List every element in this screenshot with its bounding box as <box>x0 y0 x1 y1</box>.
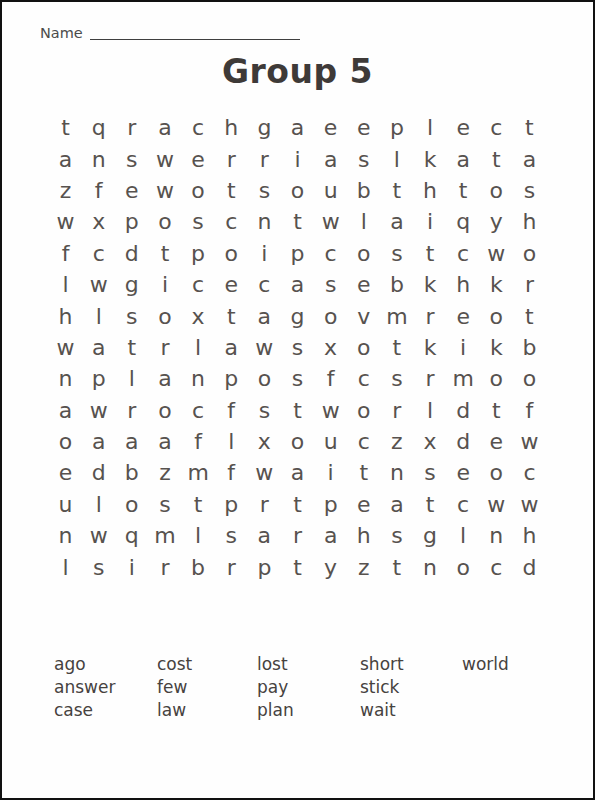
grid-cell-r13c10[interactable]: e <box>347 489 380 520</box>
grid-cell-r15c15[interactable]: d <box>513 551 546 582</box>
grid-cell-r7c9[interactable]: o <box>314 300 347 331</box>
grid-cell-r10c14[interactable]: t <box>480 395 513 426</box>
name-blank-line[interactable] <box>90 26 300 40</box>
grid-cell-r8c5[interactable]: l <box>182 332 215 363</box>
grid-cell-r1c14[interactable]: c <box>480 112 513 143</box>
grid-cell-r11c12[interactable]: x <box>413 426 446 457</box>
word-list-item: law <box>157 699 257 722</box>
grid-cell-r4c14[interactable]: y <box>480 206 513 237</box>
word-list-item: few <box>157 676 257 699</box>
grid-cell-r8c12[interactable]: k <box>413 332 446 363</box>
grid-cell-r6c12[interactable]: k <box>413 269 446 300</box>
word-list-item: pay <box>257 676 360 699</box>
word-list-item: answer <box>54 676 157 699</box>
grid-cell-r14c15[interactable]: h <box>513 520 546 551</box>
word-list-item: wait <box>360 699 462 722</box>
grid-cell-r10c12[interactable]: l <box>413 395 446 426</box>
grid-cell-r1c1[interactable]: t <box>49 112 82 143</box>
grid-cell-r6c4[interactable]: i <box>148 269 181 300</box>
grid-cell-r3c7[interactable]: s <box>248 175 281 206</box>
grid-cell-r13c12[interactable]: t <box>413 489 446 520</box>
grid-cell-r12c1[interactable]: e <box>49 457 82 488</box>
grid-cell-r12c14[interactable]: o <box>480 457 513 488</box>
grid-cell-r12c5[interactable]: m <box>182 457 215 488</box>
grid-cell-r10c10[interactable]: o <box>347 395 380 426</box>
grid-cell-r3c2[interactable]: f <box>82 175 115 206</box>
grid-cell-r11c5[interactable]: f <box>182 426 215 457</box>
grid-cell-r15c9[interactable]: y <box>314 551 347 582</box>
grid-cell-r7c3[interactable]: s <box>115 300 148 331</box>
grid-cell-r4c11[interactable]: a <box>380 206 413 237</box>
name-label: Name <box>40 26 83 40</box>
grid-cell-r11c11[interactable]: z <box>380 426 413 457</box>
grid-cell-r7c6[interactable]: t <box>215 300 248 331</box>
grid-cell-r12c9[interactable]: i <box>314 457 347 488</box>
grid-cell-r2c3[interactable]: s <box>115 143 148 174</box>
grid-cell-r14c9[interactable]: a <box>314 520 347 551</box>
grid-cell-r7c12[interactable]: r <box>413 300 446 331</box>
grid-cell-r5c15[interactable]: o <box>513 238 546 269</box>
grid-cell-r4c4[interactable]: o <box>148 206 181 237</box>
word-list-column: shortstickwait <box>360 653 462 722</box>
worksheet-page: Name Group 5 tqrachgaeeplectanswerriaslk… <box>0 0 595 800</box>
grid-cell-r2c1[interactable]: a <box>49 143 82 174</box>
grid-cell-r3c14[interactable]: o <box>480 175 513 206</box>
grid-cell-r13c7[interactable]: r <box>248 489 281 520</box>
grid-cell-r3c15[interactable]: s <box>513 175 546 206</box>
grid-cell-r9c7[interactable]: o <box>248 363 281 394</box>
grid-cell-r3c3[interactable]: e <box>115 175 148 206</box>
grid-cell-r13c4[interactable]: s <box>148 489 181 520</box>
grid-cell-r6c5[interactable]: c <box>182 269 215 300</box>
grid-cell-r3c10[interactable]: b <box>347 175 380 206</box>
grid-cell-r7c7[interactable]: a <box>248 300 281 331</box>
page-title: Group 5 <box>2 52 593 91</box>
grid-cell-r5c7[interactable]: i <box>248 238 281 269</box>
grid-cell-r13c9[interactable]: p <box>314 489 347 520</box>
grid-cell-r14c10[interactable]: h <box>347 520 380 551</box>
grid-cell-r14c3[interactable]: q <box>115 520 148 551</box>
grid-cell-r4c6[interactable]: c <box>215 206 248 237</box>
grid-cell-r3c5[interactable]: o <box>182 175 215 206</box>
grid-cell-r13c1[interactable]: u <box>49 489 82 520</box>
grid-cell-r6c2[interactable]: w <box>82 269 115 300</box>
grid-cell-r9c14[interactable]: o <box>480 363 513 394</box>
grid-cell-r11c3[interactable]: a <box>115 426 148 457</box>
grid-cell-r6c8[interactable]: a <box>281 269 314 300</box>
grid-cell-r5c6[interactable]: o <box>215 238 248 269</box>
grid-cell-r2c11[interactable]: l <box>380 143 413 174</box>
grid-cell-r11c7[interactable]: x <box>248 426 281 457</box>
grid-cell-r2c4[interactable]: w <box>148 143 181 174</box>
grid-cell-r8c2[interactable]: a <box>82 332 115 363</box>
grid-cell-r1c13[interactable]: e <box>447 112 480 143</box>
grid-cell-r11c13[interactable]: d <box>447 426 480 457</box>
grid-cell-r11c4[interactable]: a <box>148 426 181 457</box>
grid-cell-r15c10[interactable]: z <box>347 551 380 582</box>
word-list-item: case <box>54 699 157 722</box>
word-list-column: costfewlaw <box>157 653 257 722</box>
word-list-item: ago <box>54 653 157 676</box>
grid-cell-r10c8[interactable]: t <box>281 395 314 426</box>
grid-cell-r12c15[interactable]: c <box>513 457 546 488</box>
word-list: agoanswercasecostfewlawlostpayplanshorts… <box>54 653 593 722</box>
grid-cell-r5c4[interactable]: t <box>148 238 181 269</box>
grid-cell-r1c5[interactable]: c <box>182 112 215 143</box>
grid-cell-r5c14[interactable]: w <box>480 238 513 269</box>
word-list-item: short <box>360 653 462 676</box>
grid-cell-r15c3[interactable]: i <box>115 551 148 582</box>
grid-cell-r7c10[interactable]: v <box>347 300 380 331</box>
word-list-column: world <box>462 653 593 722</box>
grid-cell-r6c14[interactable]: k <box>480 269 513 300</box>
word-list-item: plan <box>257 699 360 722</box>
grid-cell-r12c2[interactable]: d <box>82 457 115 488</box>
grid-cell-r12c10[interactable]: t <box>347 457 380 488</box>
grid-cell-r14c5[interactable]: l <box>182 520 215 551</box>
grid-cell-r5c3[interactable]: d <box>115 238 148 269</box>
grid-cell-r13c15[interactable]: w <box>513 489 546 520</box>
grid-cell-r2c7[interactable]: r <box>248 143 281 174</box>
grid-cell-r10c7[interactable]: s <box>248 395 281 426</box>
grid-cell-r1c3[interactable]: r <box>115 112 148 143</box>
grid-cell-r10c11[interactable]: r <box>380 395 413 426</box>
grid-cell-r5c1[interactable]: f <box>49 238 82 269</box>
grid-cell-r8c6[interactable]: a <box>215 332 248 363</box>
grid-cell-r2c2[interactable]: n <box>82 143 115 174</box>
grid-cell-r7c1[interactable]: h <box>49 300 82 331</box>
word-list-item: world <box>462 653 593 676</box>
grid-cell-r3c11[interactable]: t <box>380 175 413 206</box>
grid-cell-r9c5[interactable]: n <box>182 363 215 394</box>
grid-cell-r9c13[interactable]: m <box>447 363 480 394</box>
grid-cell-r4c2[interactable]: x <box>82 206 115 237</box>
grid-cell-r13c5[interactable]: t <box>182 489 215 520</box>
grid-cell-r8c1[interactable]: w <box>49 332 82 363</box>
grid-cell-r8c3[interactable]: t <box>115 332 148 363</box>
grid-cell-r11c6[interactable]: l <box>215 426 248 457</box>
grid-cell-r8c14[interactable]: k <box>480 332 513 363</box>
grid-cell-r14c4[interactable]: m <box>148 520 181 551</box>
grid-cell-r5c2[interactable]: c <box>82 238 115 269</box>
grid-cell-r12c13[interactable]: e <box>447 457 480 488</box>
grid-cell-r9c2[interactable]: p <box>82 363 115 394</box>
name-row: Name <box>40 26 593 40</box>
grid-cell-r14c12[interactable]: g <box>413 520 446 551</box>
grid-cell-r2c6[interactable]: r <box>215 143 248 174</box>
grid-cell-r10c6[interactable]: f <box>215 395 248 426</box>
grid-cell-r11c10[interactable]: c <box>347 426 380 457</box>
grid-cell-r12c3[interactable]: b <box>115 457 148 488</box>
word-list-item: lost <box>257 653 360 676</box>
grid-cell-r2c15[interactable]: a <box>513 143 546 174</box>
grid-cell-r13c8[interactable]: t <box>281 489 314 520</box>
grid-cell-r4c5[interactable]: s <box>182 206 215 237</box>
grid-cell-r8c13[interactable]: i <box>447 332 480 363</box>
grid-cell-r8c10[interactable]: o <box>347 332 380 363</box>
grid-cell-r10c4[interactable]: o <box>148 395 181 426</box>
grid-cell-r3c8[interactable]: o <box>281 175 314 206</box>
grid-cell-r7c13[interactable]: e <box>447 300 480 331</box>
grid-cell-r11c9[interactable]: u <box>314 426 347 457</box>
grid-cell-r1c15[interactable]: t <box>513 112 546 143</box>
grid-cell-r6c15[interactable]: r <box>513 269 546 300</box>
grid-cell-r14c7[interactable]: a <box>248 520 281 551</box>
grid-cell-r11c2[interactable]: a <box>82 426 115 457</box>
word-list-column: agoanswercase <box>54 653 157 722</box>
grid-cell-r7c2[interactable]: l <box>82 300 115 331</box>
grid-cell-r1c11[interactable]: p <box>380 112 413 143</box>
grid-cell-r6c9[interactable]: s <box>314 269 347 300</box>
grid-cell-r2c14[interactable]: t <box>480 143 513 174</box>
grid-cell-r8c11[interactable]: t <box>380 332 413 363</box>
grid-cell-r10c3[interactable]: r <box>115 395 148 426</box>
grid-cell-r8c7[interactable]: w <box>248 332 281 363</box>
grid-cell-r9c12[interactable]: r <box>413 363 446 394</box>
grid-cell-r9c4[interactable]: a <box>148 363 181 394</box>
grid-cell-r1c7[interactable]: g <box>248 112 281 143</box>
grid-cell-r11c15[interactable]: w <box>513 426 546 457</box>
grid-cell-r10c2[interactable]: w <box>82 395 115 426</box>
grid-cell-r13c11[interactable]: a <box>380 489 413 520</box>
grid-cell-r6c7[interactable]: c <box>248 269 281 300</box>
grid-cell-r14c6[interactable]: s <box>215 520 248 551</box>
grid-cell-r12c4[interactable]: z <box>148 457 181 488</box>
grid-cell-r11c1[interactable]: o <box>49 426 82 457</box>
grid-cell-r10c1[interactable]: a <box>49 395 82 426</box>
grid-cell-r14c2[interactable]: w <box>82 520 115 551</box>
grid-cell-r7c11[interactable]: m <box>380 300 413 331</box>
grid-cell-r1c9[interactable]: e <box>314 112 347 143</box>
grid-cell-r5c12[interactable]: t <box>413 238 446 269</box>
grid-cell-r9c15[interactable]: o <box>513 363 546 394</box>
grid-cell-r1c6[interactable]: h <box>215 112 248 143</box>
grid-cell-r14c14[interactable]: n <box>480 520 513 551</box>
grid-cell-r9c1[interactable]: n <box>49 363 82 394</box>
grid-cell-r9c11[interactable]: s <box>380 363 413 394</box>
grid-cell-r4c8[interactable]: t <box>281 206 314 237</box>
grid-cell-r14c8[interactable]: r <box>281 520 314 551</box>
grid-cell-r15c4[interactable]: r <box>148 551 181 582</box>
grid-cell-r15c5[interactable]: b <box>182 551 215 582</box>
grid-cell-r13c13[interactable]: c <box>447 489 480 520</box>
grid-cell-r15c13[interactable]: o <box>447 551 480 582</box>
grid-cell-r6c6[interactable]: e <box>215 269 248 300</box>
grid-cell-r9c9[interactable]: f <box>314 363 347 394</box>
grid-cell-r2c8[interactable]: i <box>281 143 314 174</box>
grid-cell-r2c12[interactable]: k <box>413 143 446 174</box>
grid-cell-r7c14[interactable]: o <box>480 300 513 331</box>
grid-cell-r2c9[interactable]: a <box>314 143 347 174</box>
grid-cell-r8c9[interactable]: x <box>314 332 347 363</box>
grid-cell-r4c1[interactable]: w <box>49 206 82 237</box>
grid-cell-r6c10[interactable]: e <box>347 269 380 300</box>
grid-cell-r7c8[interactable]: g <box>281 300 314 331</box>
grid-cell-r3c4[interactable]: w <box>148 175 181 206</box>
grid-cell-r15c6[interactable]: r <box>215 551 248 582</box>
grid-cell-r12c12[interactable]: s <box>413 457 446 488</box>
grid-cell-r11c8[interactable]: o <box>281 426 314 457</box>
grid-cell-r5c5[interactable]: p <box>182 238 215 269</box>
grid-cell-r1c2[interactable]: q <box>82 112 115 143</box>
grid-cell-r9c10[interactable]: c <box>347 363 380 394</box>
grid-cell-r3c12[interactable]: h <box>413 175 446 206</box>
grid-cell-r3c9[interactable]: u <box>314 175 347 206</box>
grid-cell-r4c3[interactable]: p <box>115 206 148 237</box>
grid-cell-r15c11[interactable]: t <box>380 551 413 582</box>
grid-cell-r13c2[interactable]: l <box>82 489 115 520</box>
grid-cell-r7c4[interactable]: o <box>148 300 181 331</box>
grid-cell-r6c1[interactable]: l <box>49 269 82 300</box>
grid-cell-r14c1[interactable]: n <box>49 520 82 551</box>
grid-cell-r8c15[interactable]: b <box>513 332 546 363</box>
grid-cell-r12c11[interactable]: n <box>380 457 413 488</box>
grid-cell-r8c8[interactable]: s <box>281 332 314 363</box>
grid-cell-r5c10[interactable]: o <box>347 238 380 269</box>
grid-cell-r10c9[interactable]: w <box>314 395 347 426</box>
grid-cell-r1c12[interactable]: l <box>413 112 446 143</box>
grid-cell-r4c13[interactable]: q <box>447 206 480 237</box>
grid-cell-r13c14[interactable]: w <box>480 489 513 520</box>
grid-cell-r5c11[interactable]: s <box>380 238 413 269</box>
grid-cell-r15c7[interactable]: p <box>248 551 281 582</box>
grid-cell-r7c15[interactable]: t <box>513 300 546 331</box>
grid-cell-r4c7[interactable]: n <box>248 206 281 237</box>
grid-cell-r10c13[interactable]: d <box>447 395 480 426</box>
grid-cell-r12c7[interactable]: w <box>248 457 281 488</box>
grid-cell-r6c13[interactable]: h <box>447 269 480 300</box>
grid-cell-r7c5[interactable]: x <box>182 300 215 331</box>
grid-cell-r12c6[interactable]: f <box>215 457 248 488</box>
grid-cell-r10c15[interactable]: f <box>513 395 546 426</box>
grid-cell-r2c13[interactable]: a <box>447 143 480 174</box>
word-list-column: lostpayplan <box>257 653 360 722</box>
grid-cell-r1c4[interactable]: a <box>148 112 181 143</box>
grid-cell-r15c2[interactable]: s <box>82 551 115 582</box>
grid-cell-r12c8[interactable]: a <box>281 457 314 488</box>
grid-cell-r2c10[interactable]: s <box>347 143 380 174</box>
grid-cell-r6c11[interactable]: b <box>380 269 413 300</box>
grid-cell-r15c8[interactable]: t <box>281 551 314 582</box>
grid-cell-r13c3[interactable]: o <box>115 489 148 520</box>
grid-cell-r8c4[interactable]: r <box>148 332 181 363</box>
word-list-item: cost <box>157 653 257 676</box>
grid-cell-r4c12[interactable]: i <box>413 206 446 237</box>
grid-cell-r3c13[interactable]: t <box>447 175 480 206</box>
grid-cell-r14c13[interactable]: l <box>447 520 480 551</box>
grid-cell-r1c10[interactable]: e <box>347 112 380 143</box>
grid-cell-r1c8[interactable]: a <box>281 112 314 143</box>
grid-cell-r9c3[interactable]: l <box>115 363 148 394</box>
grid-cell-r5c8[interactable]: p <box>281 238 314 269</box>
grid-cell-r3c1[interactable]: z <box>49 175 82 206</box>
grid-cell-r15c14[interactable]: c <box>480 551 513 582</box>
grid-cell-r9c8[interactable]: s <box>281 363 314 394</box>
grid-cell-r15c1[interactable]: l <box>49 551 82 582</box>
grid-cell-r14c11[interactable]: s <box>380 520 413 551</box>
grid-cell-r13c6[interactable]: p <box>215 489 248 520</box>
grid-cell-r3c6[interactable]: t <box>215 175 248 206</box>
grid-cell-r2c5[interactable]: e <box>182 143 215 174</box>
grid-cell-r9c6[interactable]: p <box>215 363 248 394</box>
grid-cell-r5c13[interactable]: c <box>447 238 480 269</box>
grid-cell-r15c12[interactable]: n <box>413 551 446 582</box>
grid-cell-r5c9[interactable]: c <box>314 238 347 269</box>
word-search-grid: tqrachgaeeplectanswerriaslkatazfewotsoub… <box>49 112 546 583</box>
grid-cell-r4c15[interactable]: h <box>513 206 546 237</box>
grid-cell-r4c10[interactable]: l <box>347 206 380 237</box>
grid-cell-r11c14[interactable]: e <box>480 426 513 457</box>
grid-cell-r4c9[interactable]: w <box>314 206 347 237</box>
grid-cell-r6c3[interactable]: g <box>115 269 148 300</box>
word-list-item: stick <box>360 676 462 699</box>
grid-cell-r10c5[interactable]: c <box>182 395 215 426</box>
